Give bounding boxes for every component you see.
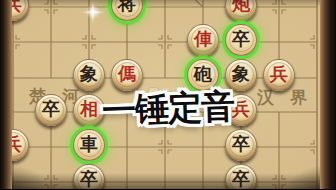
piece-glyph: 将 <box>118 0 136 19</box>
piece-glyph: 車 <box>80 129 98 159</box>
piece-glyph: 象 <box>80 59 98 89</box>
piece-black-soldier-g7[interactable]: 卒 <box>225 24 257 56</box>
piece-black-chariot-c4[interactable]: 車 <box>73 129 105 161</box>
piece-black-soldier-g4[interactable]: 卒 <box>225 129 257 161</box>
piece-glyph: 傌 <box>118 59 136 89</box>
piece-black-general-d8[interactable]: 将 <box>111 0 143 21</box>
piece-black-soldier-c3[interactable]: 卒 <box>73 164 105 190</box>
piece-red-horse-d6[interactable]: 傌 <box>111 59 143 91</box>
piece-glyph: 卒 <box>232 164 250 190</box>
piece-glyph: 卒 <box>232 129 250 159</box>
piece-red-chariot-f7[interactable]: 俥 <box>187 24 219 56</box>
piece-glyph: 象 <box>232 59 250 89</box>
piece-glyph: 卒 <box>232 24 250 54</box>
sparkle-effect-icon <box>85 4 101 20</box>
piece-black-soldier-g3[interactable]: 卒 <box>225 164 257 190</box>
piece-red-cannon-g8[interactable]: 炮 <box>225 0 257 21</box>
piece-red-soldier-h6[interactable]: 兵 <box>263 59 295 91</box>
piece-glyph: 俥 <box>194 24 212 54</box>
piece-glyph: 砲 <box>194 59 212 89</box>
piece-glyph: 兵 <box>270 59 288 89</box>
xiangqi-game-screenshot: 楚河 汉界 象棋 兵将炮俥卒象傌砲象兵卒相兵兵車卒卒卒 一锤定音 <box>0 0 336 189</box>
piece-glyph: 炮 <box>232 0 250 19</box>
left-frame-bar <box>0 0 12 189</box>
piece-black-elephant-c6[interactable]: 象 <box>73 59 105 91</box>
piece-glyph: 卒 <box>80 164 98 190</box>
right-frame-bar <box>320 0 336 189</box>
